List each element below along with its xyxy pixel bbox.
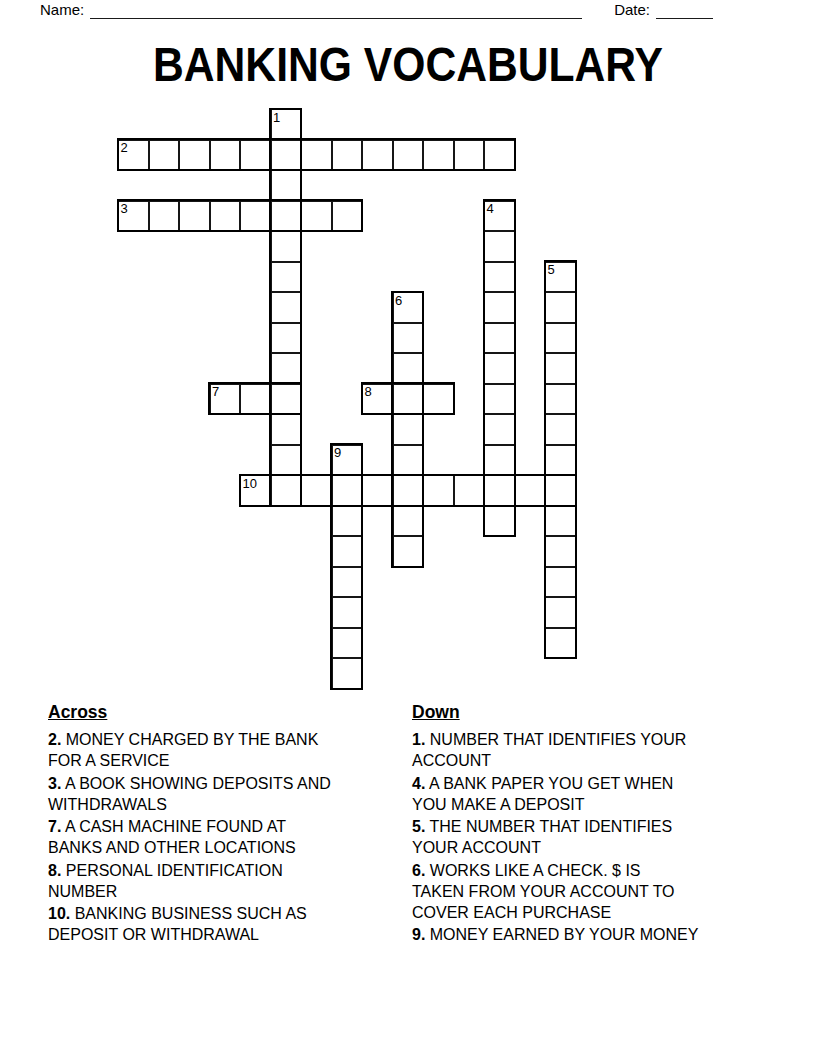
clue-item-number: 3. <box>48 775 61 792</box>
clue-item-number: 9. <box>412 926 425 943</box>
crossword-grid: 12345678910 <box>118 109 578 691</box>
cell-r10c5[interactable] <box>271 414 302 445</box>
clue-item-2: 2. MONEY CHARGED BY THE BANK FOR A SERVI… <box>48 729 393 771</box>
cell-r9c9[interactable] <box>393 384 424 415</box>
clue-number-5: 5 <box>548 263 555 276</box>
clue-item-text: WORKS LIKE A CHECK. $ IS TAKEN FROM YOUR… <box>412 862 675 921</box>
cell-r9c4[interactable] <box>240 384 271 415</box>
clue-item-1: 1. NUMBER THAT IDENTIFIES YOUR ACCOUNT <box>412 729 768 771</box>
cell-r12c8[interactable] <box>362 475 393 506</box>
cell-r1c11[interactable] <box>454 140 485 171</box>
cell-r14c9[interactable] <box>393 536 424 567</box>
across-clue-list: 2. MONEY CHARGED BY THE BANK FOR A SERVI… <box>48 729 393 945</box>
cell-r9c14[interactable] <box>545 384 576 415</box>
cell-r3c1[interactable] <box>149 201 180 232</box>
cell-r4c12[interactable] <box>484 231 515 262</box>
cell-r3c6[interactable] <box>301 201 332 232</box>
clue-item-number: 7. <box>48 818 61 835</box>
clue-item-9: 9. MONEY EARNED BY YOUR MONEY <box>412 924 768 945</box>
cell-r12c12[interactable] <box>484 475 515 506</box>
clue-number-6: 6 <box>395 294 402 307</box>
clue-item-number: 4. <box>412 775 425 792</box>
date-fill-line[interactable] <box>656 3 713 19</box>
clue-number-3: 3 <box>121 202 128 215</box>
cell-r13c7[interactable] <box>332 506 363 537</box>
cell-r1c7[interactable] <box>332 140 363 171</box>
cell-r10c14[interactable] <box>545 414 576 445</box>
clue-item-text: NUMBER THAT IDENTIFIES YOUR ACCOUNT <box>412 731 686 769</box>
date-label: Date: <box>614 1 650 19</box>
cell-r15c14[interactable] <box>545 567 576 598</box>
clue-number-10: 10 <box>243 477 257 490</box>
cell-r1c6[interactable] <box>301 140 332 171</box>
down-clues: Down 1. NUMBER THAT IDENTIFIES YOUR ACCO… <box>412 701 768 947</box>
cell-r1c8[interactable] <box>362 140 393 171</box>
worksheet-page: Name: Date: BANKING VOCABULARY 123456789… <box>0 0 816 1056</box>
clue-number-4: 4 <box>487 202 494 215</box>
clue-item-number: 6. <box>412 862 425 879</box>
clue-item-text: MONEY EARNED BY YOUR MONEY <box>425 926 698 943</box>
clue-item-5: 5. THE NUMBER THAT IDENTIFIES YOUR ACCOU… <box>412 816 768 858</box>
cell-r1c10[interactable] <box>423 140 454 171</box>
clue-number-9: 9 <box>334 446 341 459</box>
page-title: BANKING VOCABULARY <box>53 36 763 92</box>
cell-r7c5[interactable] <box>271 323 302 354</box>
cell-r8c5[interactable] <box>271 353 302 384</box>
name-fill-line[interactable] <box>90 3 582 19</box>
clue-item-text: A CASH MACHINE FOUND AT BANKS AND OTHER … <box>48 818 296 856</box>
clue-item-4: 4. A BANK PAPER YOU GET WHEN YOU MAKE A … <box>412 773 768 815</box>
clue-item-7: 7. A CASH MACHINE FOUND AT BANKS AND OTH… <box>48 816 393 858</box>
cell-r7c9[interactable] <box>393 323 424 354</box>
clue-item-text: A BOOK SHOWING DEPOSITS AND WITHDRAWALS <box>48 775 331 813</box>
cell-r9c10[interactable] <box>423 384 454 415</box>
clue-number-2: 2 <box>121 141 128 154</box>
clue-item-8: 8. PERSONAL IDENTIFICATION NUMBER <box>48 860 393 902</box>
cell-r12c6[interactable] <box>301 475 332 506</box>
cell-r3c5[interactable] <box>271 201 302 232</box>
cell-r13c14[interactable] <box>545 506 576 537</box>
cell-r12c7[interactable] <box>332 475 363 506</box>
cell-r1c9[interactable] <box>393 140 424 171</box>
cell-r12c11[interactable] <box>454 475 485 506</box>
cell-r9c5[interactable] <box>271 384 302 415</box>
cell-r11c9[interactable] <box>393 445 424 476</box>
cell-r10c9[interactable] <box>393 414 424 445</box>
down-heading: Down <box>412 701 768 723</box>
cell-r11c14[interactable] <box>545 445 576 476</box>
cell-r5c5[interactable] <box>271 262 302 293</box>
clue-item-number: 5. <box>412 818 425 835</box>
cell-r8c12[interactable] <box>484 353 515 384</box>
cell-r18c7[interactable] <box>332 658 363 689</box>
cell-r3c3[interactable] <box>210 201 241 232</box>
cell-r13c9[interactable] <box>393 506 424 537</box>
cell-r3c4[interactable] <box>240 201 271 232</box>
clue-item-text: MONEY CHARGED BY THE BANK FOR A SERVICE <box>48 731 318 769</box>
cell-r14c14[interactable] <box>545 536 576 567</box>
down-clue-list: 1. NUMBER THAT IDENTIFIES YOUR ACCOUNT4.… <box>412 729 768 945</box>
cell-r15c7[interactable] <box>332 567 363 598</box>
clue-number-7: 7 <box>212 385 219 398</box>
cell-r1c2[interactable] <box>179 140 210 171</box>
clue-item-number: 1. <box>412 731 425 748</box>
cell-r6c14[interactable] <box>545 292 576 323</box>
clue-item-text: BANKING BUSINESS SUCH AS DEPOSIT OR WITH… <box>48 905 307 943</box>
cell-r17c7[interactable] <box>332 628 363 659</box>
cell-r11c5[interactable] <box>271 445 302 476</box>
across-heading: Across <box>48 701 393 723</box>
cell-r7c14[interactable] <box>545 323 576 354</box>
cell-r16c7[interactable] <box>332 597 363 628</box>
clue-item-number: 10. <box>48 905 70 922</box>
cell-r6c5[interactable] <box>271 292 302 323</box>
cell-r1c4[interactable] <box>240 140 271 171</box>
cell-r1c1[interactable] <box>149 140 180 171</box>
cell-r1c12[interactable] <box>484 140 515 171</box>
cell-r12c13[interactable] <box>515 475 546 506</box>
header: Name: Date: <box>40 1 730 19</box>
clue-number-1: 1 <box>273 111 280 124</box>
cell-r17c14[interactable] <box>545 628 576 659</box>
clue-item-6: 6. WORKS LIKE A CHECK. $ IS TAKEN FROM Y… <box>412 860 768 923</box>
cell-r12c14[interactable] <box>545 475 576 506</box>
cell-r1c5[interactable] <box>271 140 302 171</box>
cell-r5c12[interactable] <box>484 262 515 293</box>
cell-r1c3[interactable] <box>210 140 241 171</box>
clue-item-10: 10. BANKING BUSINESS SUCH AS DEPOSIT OR … <box>48 903 393 945</box>
clue-item-3: 3. A BOOK SHOWING DEPOSITS AND WITHDRAWA… <box>48 773 393 815</box>
cell-r9c12[interactable] <box>484 384 515 415</box>
across-clues: Across 2. MONEY CHARGED BY THE BANK FOR … <box>48 701 393 947</box>
cell-r2c5[interactable] <box>271 170 302 201</box>
cell-r6c12[interactable] <box>484 292 515 323</box>
cell-r16c14[interactable] <box>545 597 576 628</box>
clue-number-8: 8 <box>365 385 372 398</box>
clue-item-text: PERSONAL IDENTIFICATION NUMBER <box>48 862 283 900</box>
cell-r8c9[interactable] <box>393 353 424 384</box>
cell-r12c9[interactable] <box>393 475 424 506</box>
cell-r14c7[interactable] <box>332 536 363 567</box>
cell-r3c7[interactable] <box>332 201 363 232</box>
clue-item-text: THE NUMBER THAT IDENTIFIES YOUR ACCOUNT <box>412 818 672 856</box>
clue-item-text: A BANK PAPER YOU GET WHEN YOU MAKE A DEP… <box>412 775 673 813</box>
cell-r10c12[interactable] <box>484 414 515 445</box>
cell-r13c12[interactable] <box>484 506 515 537</box>
cell-r7c12[interactable] <box>484 323 515 354</box>
cell-r11c12[interactable] <box>484 445 515 476</box>
cell-r4c5[interactable] <box>271 231 302 262</box>
clue-item-number: 8. <box>48 862 61 879</box>
cell-r3c2[interactable] <box>179 201 210 232</box>
cell-r8c14[interactable] <box>545 353 576 384</box>
cell-r12c10[interactable] <box>423 475 454 506</box>
clue-item-number: 2. <box>48 731 61 748</box>
name-label: Name: <box>40 1 84 19</box>
cell-r12c5[interactable] <box>271 475 302 506</box>
